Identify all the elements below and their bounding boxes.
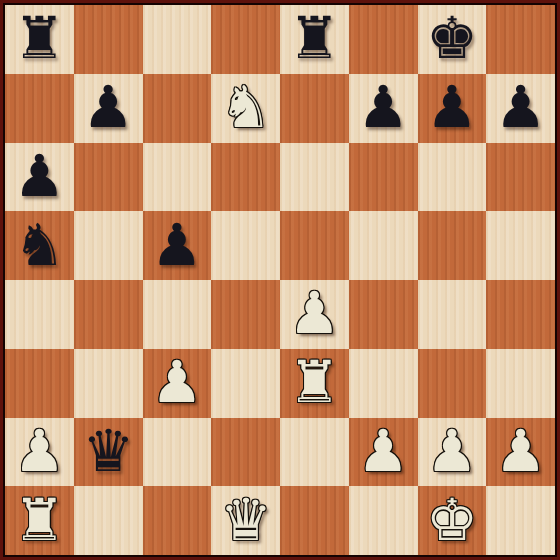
- piece-white-pawn-f2[interactable]: ♟: [357, 422, 409, 480]
- square-c2[interactable]: [143, 418, 212, 487]
- square-b4[interactable]: [74, 280, 143, 349]
- square-f2[interactable]: ♟: [349, 418, 418, 487]
- piece-black-pawn-a6[interactable]: ♟: [13, 147, 65, 205]
- piece-white-knight-d7[interactable]: ♞: [220, 78, 272, 136]
- piece-black-rook-a8[interactable]: ♜: [13, 9, 65, 67]
- square-a4[interactable]: [5, 280, 74, 349]
- square-a8[interactable]: ♜: [5, 5, 74, 74]
- square-c8[interactable]: [143, 5, 212, 74]
- square-e8[interactable]: ♜: [280, 5, 349, 74]
- square-g3[interactable]: [418, 349, 487, 418]
- square-c5[interactable]: ♟: [143, 211, 212, 280]
- square-h7[interactable]: ♟: [486, 74, 555, 143]
- piece-black-king-g8[interactable]: ♚: [426, 9, 478, 67]
- square-f1[interactable]: [349, 486, 418, 555]
- piece-white-king-g1[interactable]: ♚: [426, 491, 478, 549]
- piece-black-pawn-h7[interactable]: ♟: [495, 78, 547, 136]
- square-c1[interactable]: [143, 486, 212, 555]
- piece-black-pawn-c5[interactable]: ♟: [151, 216, 203, 274]
- square-a6[interactable]: ♟: [5, 143, 74, 212]
- square-g4[interactable]: [418, 280, 487, 349]
- square-h8[interactable]: [486, 5, 555, 74]
- square-g5[interactable]: [418, 211, 487, 280]
- square-e6[interactable]: [280, 143, 349, 212]
- square-b2[interactable]: ♛: [74, 418, 143, 487]
- square-a5[interactable]: ♞: [5, 211, 74, 280]
- square-e4[interactable]: ♟: [280, 280, 349, 349]
- square-h2[interactable]: ♟: [486, 418, 555, 487]
- square-f4[interactable]: [349, 280, 418, 349]
- square-d7[interactable]: ♞: [211, 74, 280, 143]
- square-a7[interactable]: [5, 74, 74, 143]
- square-g6[interactable]: [418, 143, 487, 212]
- piece-white-queen-d1[interactable]: ♛: [220, 491, 272, 549]
- square-d2[interactable]: [211, 418, 280, 487]
- square-h4[interactable]: [486, 280, 555, 349]
- board-frame: ♜♜♚♟♞♟♟♟♟♞♟♟♟♜♟♛♟♟♟♜♛♚: [0, 0, 560, 560]
- piece-white-pawn-a2[interactable]: ♟: [13, 422, 65, 480]
- square-a1[interactable]: ♜: [5, 486, 74, 555]
- square-f6[interactable]: [349, 143, 418, 212]
- square-c7[interactable]: [143, 74, 212, 143]
- piece-white-pawn-e4[interactable]: ♟: [288, 284, 340, 342]
- piece-black-queen-b2[interactable]: ♛: [82, 422, 134, 480]
- square-d6[interactable]: [211, 143, 280, 212]
- square-d1[interactable]: ♛: [211, 486, 280, 555]
- piece-black-rook-e8[interactable]: ♜: [288, 9, 340, 67]
- square-b6[interactable]: [74, 143, 143, 212]
- square-c6[interactable]: [143, 143, 212, 212]
- square-g2[interactable]: ♟: [418, 418, 487, 487]
- square-d4[interactable]: [211, 280, 280, 349]
- square-h1[interactable]: [486, 486, 555, 555]
- piece-black-pawn-b7[interactable]: ♟: [82, 78, 134, 136]
- square-c3[interactable]: ♟: [143, 349, 212, 418]
- square-g8[interactable]: ♚: [418, 5, 487, 74]
- piece-black-knight-a5[interactable]: ♞: [13, 216, 65, 274]
- square-e2[interactable]: [280, 418, 349, 487]
- square-f8[interactable]: [349, 5, 418, 74]
- square-d8[interactable]: [211, 5, 280, 74]
- square-h6[interactable]: [486, 143, 555, 212]
- square-b8[interactable]: [74, 5, 143, 74]
- square-e1[interactable]: [280, 486, 349, 555]
- piece-white-pawn-h2[interactable]: ♟: [495, 422, 547, 480]
- square-h3[interactable]: [486, 349, 555, 418]
- square-e3[interactable]: ♜: [280, 349, 349, 418]
- piece-white-pawn-g2[interactable]: ♟: [426, 422, 478, 480]
- chess-board: ♜♜♚♟♞♟♟♟♟♞♟♟♟♜♟♛♟♟♟♜♛♚: [3, 3, 557, 557]
- piece-white-rook-a1[interactable]: ♜: [13, 491, 65, 549]
- square-d3[interactable]: [211, 349, 280, 418]
- piece-white-rook-e3[interactable]: ♜: [288, 353, 340, 411]
- square-f5[interactable]: [349, 211, 418, 280]
- square-g1[interactable]: ♚: [418, 486, 487, 555]
- square-b1[interactable]: [74, 486, 143, 555]
- square-e5[interactable]: [280, 211, 349, 280]
- square-c4[interactable]: [143, 280, 212, 349]
- square-f7[interactable]: ♟: [349, 74, 418, 143]
- square-e7[interactable]: [280, 74, 349, 143]
- piece-black-pawn-f7[interactable]: ♟: [357, 78, 409, 136]
- square-h5[interactable]: [486, 211, 555, 280]
- square-a3[interactable]: [5, 349, 74, 418]
- square-d5[interactable]: [211, 211, 280, 280]
- square-b7[interactable]: ♟: [74, 74, 143, 143]
- square-b3[interactable]: [74, 349, 143, 418]
- square-g7[interactable]: ♟: [418, 74, 487, 143]
- square-a2[interactable]: ♟: [5, 418, 74, 487]
- square-f3[interactable]: [349, 349, 418, 418]
- piece-black-pawn-g7[interactable]: ♟: [426, 78, 478, 136]
- piece-white-pawn-c3[interactable]: ♟: [151, 353, 203, 411]
- square-b5[interactable]: [74, 211, 143, 280]
